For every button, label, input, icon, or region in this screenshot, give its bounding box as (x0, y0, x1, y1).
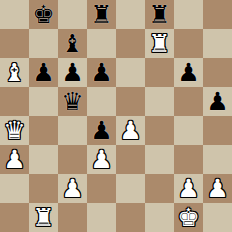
square-e5[interactable] (116, 87, 145, 116)
square-c4[interactable] (58, 116, 87, 145)
square-h1[interactable] (203, 203, 232, 232)
black-rook-icon: ♜ (90, 0, 112, 29)
square-d4[interactable]: ♟ (87, 116, 116, 145)
square-b8[interactable]: ♚ (29, 0, 58, 29)
square-d7[interactable] (87, 29, 116, 58)
black-queen-icon: ♛ (61, 87, 83, 116)
square-c3[interactable] (58, 145, 87, 174)
square-h2[interactable]: ♟ (203, 174, 232, 203)
square-h5[interactable]: ♟ (203, 87, 232, 116)
square-b7[interactable] (29, 29, 58, 58)
square-b6[interactable]: ♟ (29, 58, 58, 87)
square-f1[interactable] (145, 203, 174, 232)
square-c5[interactable]: ♛ (58, 87, 87, 116)
white-pawn-icon: ♟ (177, 174, 199, 203)
square-b1[interactable]: ♜ (29, 203, 58, 232)
square-e6[interactable] (116, 58, 145, 87)
square-e3[interactable] (116, 145, 145, 174)
white-pawn-icon: ♟ (206, 174, 228, 203)
square-a2[interactable] (0, 174, 29, 203)
square-f5[interactable] (145, 87, 174, 116)
black-bishop-icon: ♝ (61, 29, 83, 58)
white-queen-icon: ♛ (3, 116, 25, 145)
black-pawn-icon: ♟ (90, 58, 112, 87)
square-b2[interactable] (29, 174, 58, 203)
black-rook-icon: ♜ (148, 0, 170, 29)
square-f2[interactable] (145, 174, 174, 203)
square-f3[interactable] (145, 145, 174, 174)
square-a8[interactable] (0, 0, 29, 29)
square-d8[interactable]: ♜ (87, 0, 116, 29)
square-a3[interactable]: ♟ (0, 145, 29, 174)
black-pawn-icon: ♟ (61, 58, 83, 87)
square-d5[interactable] (87, 87, 116, 116)
chess-board: ♚♜♜♝♜♝♟♟♟♟♛♟♛♟♟♟♟♟♟♟♜♚ (0, 0, 232, 232)
square-d1[interactable] (87, 203, 116, 232)
square-g5[interactable] (174, 87, 203, 116)
square-g8[interactable] (174, 0, 203, 29)
square-g2[interactable]: ♟ (174, 174, 203, 203)
square-g6[interactable]: ♟ (174, 58, 203, 87)
square-h4[interactable] (203, 116, 232, 145)
black-pawn-icon: ♟ (90, 116, 112, 145)
white-rook-icon: ♜ (32, 203, 54, 232)
square-d6[interactable]: ♟ (87, 58, 116, 87)
square-a5[interactable] (0, 87, 29, 116)
white-pawn-icon: ♟ (3, 145, 25, 174)
square-c2[interactable]: ♟ (58, 174, 87, 203)
black-king-icon: ♚ (32, 0, 54, 29)
square-c1[interactable] (58, 203, 87, 232)
black-pawn-icon: ♟ (177, 58, 199, 87)
square-b5[interactable] (29, 87, 58, 116)
white-pawn-icon: ♟ (119, 116, 141, 145)
square-h7[interactable] (203, 29, 232, 58)
square-a1[interactable] (0, 203, 29, 232)
white-pawn-icon: ♟ (61, 174, 83, 203)
square-b3[interactable] (29, 145, 58, 174)
square-c7[interactable]: ♝ (58, 29, 87, 58)
square-h6[interactable] (203, 58, 232, 87)
square-h8[interactable] (203, 0, 232, 29)
square-e1[interactable] (116, 203, 145, 232)
square-c8[interactable] (58, 0, 87, 29)
square-g3[interactable] (174, 145, 203, 174)
square-b4[interactable] (29, 116, 58, 145)
square-c6[interactable]: ♟ (58, 58, 87, 87)
black-pawn-icon: ♟ (206, 87, 228, 116)
square-e7[interactable] (116, 29, 145, 58)
white-pawn-icon: ♟ (90, 145, 112, 174)
square-e8[interactable] (116, 0, 145, 29)
square-g7[interactable] (174, 29, 203, 58)
white-king-icon: ♚ (177, 203, 199, 232)
square-f8[interactable]: ♜ (145, 0, 174, 29)
square-f4[interactable] (145, 116, 174, 145)
square-f6[interactable] (145, 58, 174, 87)
white-bishop-icon: ♝ (3, 58, 25, 87)
square-d3[interactable]: ♟ (87, 145, 116, 174)
square-a6[interactable]: ♝ (0, 58, 29, 87)
square-h3[interactable] (203, 145, 232, 174)
square-e2[interactable] (116, 174, 145, 203)
square-d2[interactable] (87, 174, 116, 203)
black-pawn-icon: ♟ (32, 58, 54, 87)
square-a7[interactable] (0, 29, 29, 58)
square-g4[interactable] (174, 116, 203, 145)
square-e4[interactable]: ♟ (116, 116, 145, 145)
square-f7[interactable]: ♜ (145, 29, 174, 58)
white-rook-icon: ♜ (148, 29, 170, 58)
square-g1[interactable]: ♚ (174, 203, 203, 232)
square-a4[interactable]: ♛ (0, 116, 29, 145)
